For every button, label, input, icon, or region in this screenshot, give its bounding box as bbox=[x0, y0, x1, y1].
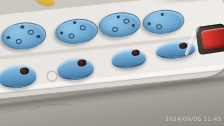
pin-hole bbox=[80, 25, 86, 31]
pin-hole bbox=[73, 21, 77, 24]
top-socket bbox=[53, 16, 98, 45]
power-switch bbox=[201, 27, 224, 50]
camera-timestamp: 2024/09/06 11:45 bbox=[164, 116, 221, 123]
pin-hole bbox=[116, 15, 120, 18]
socket-opening bbox=[19, 67, 29, 75]
pin-hole bbox=[60, 31, 64, 34]
top-socket bbox=[141, 8, 185, 36]
pin-hole bbox=[111, 27, 117, 33]
pin-hole bbox=[7, 36, 11, 39]
socket-opening bbox=[77, 59, 87, 67]
socket-opening bbox=[131, 50, 140, 57]
front-socket bbox=[110, 47, 147, 70]
top-socket bbox=[0, 20, 48, 52]
front-socket bbox=[55, 56, 94, 82]
pin-hole bbox=[21, 25, 25, 28]
pin-hole bbox=[155, 24, 161, 30]
pin-hole bbox=[68, 33, 74, 39]
pin-hole bbox=[131, 23, 135, 26]
pin-hole bbox=[147, 22, 151, 25]
socket-opening bbox=[178, 42, 187, 49]
photo-scene: 2024/09/06 11:45 bbox=[0, 0, 224, 126]
pin-hole bbox=[27, 29, 33, 35]
top-socket bbox=[97, 10, 141, 39]
pin-hole bbox=[15, 38, 21, 44]
pin-hole bbox=[123, 19, 129, 25]
pin-hole bbox=[37, 34, 41, 37]
pin-hole bbox=[160, 12, 164, 15]
